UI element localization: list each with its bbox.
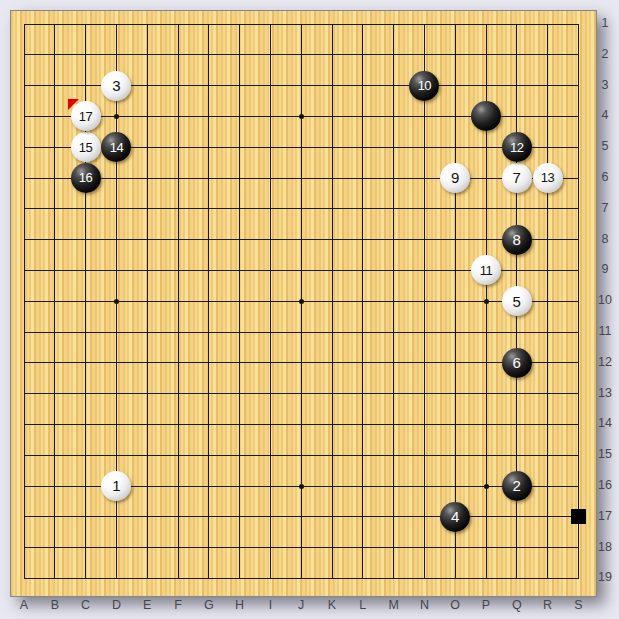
star-point [299,114,304,119]
grid-line-horizontal [24,486,579,487]
row-label-8: 8 [596,232,614,246]
stone-move-number: 9 [451,170,459,185]
column-label-F: F [168,598,188,612]
column-label-B: B [45,598,65,612]
stone-move-number: 10 [418,79,431,92]
row-label-12: 12 [596,355,614,369]
column-label-G: G [199,598,219,612]
row-label-16: 16 [596,478,614,492]
row-label-4: 4 [596,108,614,122]
column-label-H: H [230,598,250,612]
grid-line-vertical [147,24,148,579]
grid-line-horizontal [24,424,579,425]
grid-line-vertical [362,24,363,579]
grid-line-horizontal [24,24,579,25]
stone-move-number: 4 [451,509,459,524]
star-point [114,114,119,119]
stone-move-number: 2 [513,478,521,493]
column-label-N: N [414,598,434,612]
grid-line-vertical [85,24,86,579]
stone-white-5-Q10: 5 [502,286,532,316]
grid-line-horizontal [24,178,579,179]
row-label-9: 9 [596,262,614,276]
row-label-3: 3 [596,78,614,92]
row-label-15: 15 [596,447,614,461]
stone-black-6-Q12: 6 [502,348,532,378]
row-label-7: 7 [596,201,614,215]
stone-move-number: 3 [112,78,120,93]
row-label-19: 19 [596,570,614,584]
stone-move-number: 6 [513,355,521,370]
stone-move-number: 5 [513,294,521,309]
grid-line-horizontal [24,270,579,271]
star-point [299,299,304,304]
grid-line-horizontal [24,85,579,86]
stone-white-1-D16: 1 [101,471,131,501]
grid-line-vertical [547,24,548,579]
column-label-J: J [291,598,311,612]
stone-black-4-O17: 4 [440,502,470,532]
stone-black-P4 [471,101,501,131]
column-label-P: P [476,598,496,612]
go-diagram-page: 1234567891011121314151617 12345678910111… [0,0,619,619]
grid-line-horizontal [24,239,579,240]
grid-line-vertical [455,24,456,579]
stone-move-number: 8 [513,232,521,247]
row-label-14: 14 [596,416,614,430]
column-label-D: D [106,598,126,612]
column-label-C: C [76,598,96,612]
stones-layer: 1234567891011121314151617 [9,9,594,594]
stone-move-number: 17 [79,110,92,123]
stone-white-17-C4: 17 [71,101,101,131]
stone-move-number: 12 [510,141,523,154]
grid-line-horizontal [24,332,579,333]
star-point [299,484,304,489]
stone-black-16-C6: 16 [71,163,101,193]
grid-line-horizontal [24,516,579,517]
grid-line-horizontal [24,578,579,579]
column-label-O: O [445,598,465,612]
column-label-S: S [568,598,588,612]
grid-line-horizontal [24,301,579,302]
row-label-10: 10 [596,293,614,307]
grid-line-vertical [270,24,271,579]
row-label-5: 5 [596,139,614,153]
grid-line-vertical [486,24,487,579]
stone-black-12-Q5: 12 [502,132,532,162]
stone-move-number: 13 [541,171,554,184]
go-board[interactable]: 1234567891011121314151617 [10,10,597,597]
star-point [484,299,489,304]
stone-move-number: 1 [112,478,120,493]
stone-white-7-Q6: 7 [502,163,532,193]
column-label-K: K [322,598,342,612]
column-label-R: R [538,598,558,612]
column-label-M: M [384,598,404,612]
stone-move-number: 7 [513,170,521,185]
star-point [484,484,489,489]
grid-line-vertical [239,24,240,579]
grid-line-vertical [178,24,179,579]
stone-white-15-C5: 15 [71,132,101,162]
stone-black-2-Q16: 2 [502,471,532,501]
last-move-triangle-marker [68,99,79,110]
grid-line-vertical [424,24,425,579]
grid-line-horizontal [24,455,579,456]
row-label-18: 18 [596,540,614,554]
row-label-2: 2 [596,47,614,61]
star-point [114,484,119,489]
row-label-13: 13 [596,386,614,400]
stone-white-11-P9: 11 [471,255,501,285]
grid-line-horizontal [24,393,579,394]
stone-move-number: 15 [79,141,92,154]
grid-line-vertical [24,24,25,579]
grid-line-vertical [208,24,209,579]
grid-line-horizontal [24,54,579,55]
row-label-11: 11 [596,324,614,338]
grid-line-vertical [332,24,333,579]
stone-move-number: 16 [79,171,92,184]
grid-line-horizontal [24,116,579,117]
grid-line-vertical [54,24,55,579]
grid-line-vertical [301,24,302,579]
star-point [484,114,489,119]
star-point [114,299,119,304]
row-label-6: 6 [596,170,614,184]
grid-line-vertical [393,24,394,579]
column-label-Q: Q [507,598,527,612]
grid-line-horizontal [24,362,579,363]
square-marker-S17 [571,509,586,524]
stone-white-13-R6: 13 [533,163,563,193]
column-label-A: A [14,598,34,612]
stone-white-3-D3: 3 [101,71,131,101]
column-label-E: E [137,598,157,612]
column-label-L: L [353,598,373,612]
row-label-1: 1 [596,16,614,30]
row-label-17: 17 [596,509,614,523]
stone-move-number: 11 [480,264,493,277]
stone-black-10-N3: 10 [409,71,439,101]
grid-line-horizontal [24,147,579,148]
grid-line-horizontal [24,547,579,548]
column-label-I: I [260,598,280,612]
board-lattice [24,24,578,578]
stone-white-9-O6: 9 [440,163,470,193]
stone-black-14-D5: 14 [101,132,131,162]
grid-line-vertical [578,24,579,579]
grid-line-vertical [516,24,517,579]
grid-line-horizontal [24,208,579,209]
stone-black-8-Q8: 8 [502,225,532,255]
grid-line-vertical [116,24,117,579]
stone-move-number: 14 [110,141,123,154]
